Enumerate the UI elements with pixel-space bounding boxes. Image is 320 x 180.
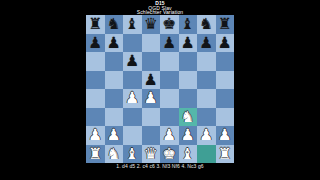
square-g1[interactable] xyxy=(197,145,216,164)
square-e1[interactable]: ♚ xyxy=(160,145,179,164)
square-a5[interactable] xyxy=(86,71,105,90)
piece-white-knight: ♞ xyxy=(107,144,121,163)
square-d4[interactable]: ♟ xyxy=(142,89,161,108)
square-a4[interactable] xyxy=(86,89,105,108)
piece-white-pawn: ♟ xyxy=(125,89,139,108)
square-e2[interactable]: ♟ xyxy=(160,126,179,145)
piece-black-pawn: ♟ xyxy=(162,33,176,52)
square-b1[interactable]: ♞ xyxy=(105,145,124,164)
square-a7[interactable]: ♟ xyxy=(86,34,105,53)
piece-white-knight: ♞ xyxy=(181,107,195,126)
square-f1[interactable]: ♝ xyxy=(179,145,198,164)
square-c3[interactable] xyxy=(123,108,142,127)
square-a6[interactable] xyxy=(86,52,105,71)
square-a2[interactable]: ♟ xyxy=(86,126,105,145)
square-d7[interactable] xyxy=(142,34,161,53)
piece-white-bishop: ♝ xyxy=(181,144,195,163)
square-h3[interactable] xyxy=(216,108,235,127)
square-b8[interactable]: ♞ xyxy=(105,15,124,34)
piece-black-rook: ♜ xyxy=(218,15,232,34)
square-c2[interactable] xyxy=(123,126,142,145)
square-c4[interactable]: ♟ xyxy=(123,89,142,108)
square-b7[interactable]: ♟ xyxy=(105,34,124,53)
piece-black-knight: ♞ xyxy=(107,15,121,34)
square-a1[interactable]: ♜ xyxy=(86,145,105,164)
square-b4[interactable] xyxy=(105,89,124,108)
square-d8[interactable]: ♛ xyxy=(142,15,161,34)
piece-black-pawn: ♟ xyxy=(199,33,213,52)
square-h4[interactable] xyxy=(216,89,235,108)
piece-white-queen: ♛ xyxy=(144,144,158,163)
square-g8[interactable]: ♞ xyxy=(197,15,216,34)
piece-white-pawn: ♟ xyxy=(199,126,213,145)
square-e4[interactable] xyxy=(160,89,179,108)
square-f6[interactable] xyxy=(179,52,198,71)
piece-black-pawn: ♟ xyxy=(107,33,121,52)
piece-white-pawn: ♟ xyxy=(107,126,121,145)
square-g4[interactable] xyxy=(197,89,216,108)
piece-black-pawn: ♟ xyxy=(88,33,102,52)
square-e8[interactable]: ♚ xyxy=(160,15,179,34)
square-d2[interactable] xyxy=(142,126,161,145)
piece-black-king: ♚ xyxy=(162,15,176,34)
piece-white-pawn: ♟ xyxy=(162,126,176,145)
piece-black-knight: ♞ xyxy=(199,15,213,34)
square-h2[interactable]: ♟ xyxy=(216,126,235,145)
square-h8[interactable]: ♜ xyxy=(216,15,235,34)
piece-black-pawn: ♟ xyxy=(144,70,158,89)
square-e5[interactable] xyxy=(160,71,179,90)
square-c8[interactable]: ♝ xyxy=(123,15,142,34)
square-h1[interactable]: ♜ xyxy=(216,145,235,164)
piece-white-pawn: ♟ xyxy=(181,126,195,145)
piece-white-king: ♚ xyxy=(162,144,176,163)
square-f7[interactable]: ♟ xyxy=(179,34,198,53)
square-f2[interactable]: ♟ xyxy=(179,126,198,145)
square-c6[interactable]: ♟ xyxy=(123,52,142,71)
square-b5[interactable] xyxy=(105,71,124,90)
square-g7[interactable]: ♟ xyxy=(197,34,216,53)
square-b6[interactable] xyxy=(105,52,124,71)
square-c1[interactable]: ♝ xyxy=(123,145,142,164)
square-e7[interactable]: ♟ xyxy=(160,34,179,53)
piece-white-pawn: ♟ xyxy=(218,126,232,145)
square-d3[interactable] xyxy=(142,108,161,127)
opening-header: D15 QGD Slav Schlechter Variation xyxy=(0,0,320,15)
square-d5[interactable]: ♟ xyxy=(142,71,161,90)
piece-black-pawn: ♟ xyxy=(125,52,139,71)
square-g5[interactable] xyxy=(197,71,216,90)
piece-black-queen: ♛ xyxy=(144,15,158,34)
piece-black-bishop: ♝ xyxy=(181,15,195,34)
square-h7[interactable]: ♟ xyxy=(216,34,235,53)
square-a8[interactable]: ♜ xyxy=(86,15,105,34)
chess-board[interactable]: ♜♞♝♛♚♝♞♜♟♟♟♟♟♟♟♟♟♟♞♟♟♟♟♟♟♜♞♝♛♚♝♜ xyxy=(86,15,234,163)
video-thumbnail: D15 QGD Slav Schlechter Variation ♜♞♝♛♚♝… xyxy=(0,0,320,180)
piece-white-pawn: ♟ xyxy=(88,126,102,145)
square-g2[interactable]: ♟ xyxy=(197,126,216,145)
square-c5[interactable] xyxy=(123,71,142,90)
piece-white-rook: ♜ xyxy=(88,144,102,163)
square-a3[interactable] xyxy=(86,108,105,127)
square-g6[interactable] xyxy=(197,52,216,71)
square-f4[interactable] xyxy=(179,89,198,108)
square-d6[interactable] xyxy=(142,52,161,71)
square-d1[interactable]: ♛ xyxy=(142,145,161,164)
piece-black-pawn: ♟ xyxy=(218,33,232,52)
square-e3[interactable] xyxy=(160,108,179,127)
square-h6[interactable] xyxy=(216,52,235,71)
piece-white-pawn: ♟ xyxy=(144,89,158,108)
piece-black-pawn: ♟ xyxy=(181,33,195,52)
square-g3[interactable] xyxy=(197,108,216,127)
square-e6[interactable] xyxy=(160,52,179,71)
square-b2[interactable]: ♟ xyxy=(105,126,124,145)
square-c7[interactable] xyxy=(123,34,142,53)
piece-white-rook: ♜ xyxy=(218,144,232,163)
moves-line: 1. d4 d5 2. c4 c6 3. Nf3 Nf6 4. Nc3 g6 xyxy=(0,163,320,169)
piece-white-bishop: ♝ xyxy=(125,144,139,163)
square-b3[interactable] xyxy=(105,108,124,127)
piece-black-rook: ♜ xyxy=(88,15,102,34)
square-f3[interactable]: ♞ xyxy=(179,108,198,127)
square-f5[interactable] xyxy=(179,71,198,90)
square-h5[interactable] xyxy=(216,71,235,90)
piece-black-bishop: ♝ xyxy=(125,15,139,34)
square-f8[interactable]: ♝ xyxy=(179,15,198,34)
